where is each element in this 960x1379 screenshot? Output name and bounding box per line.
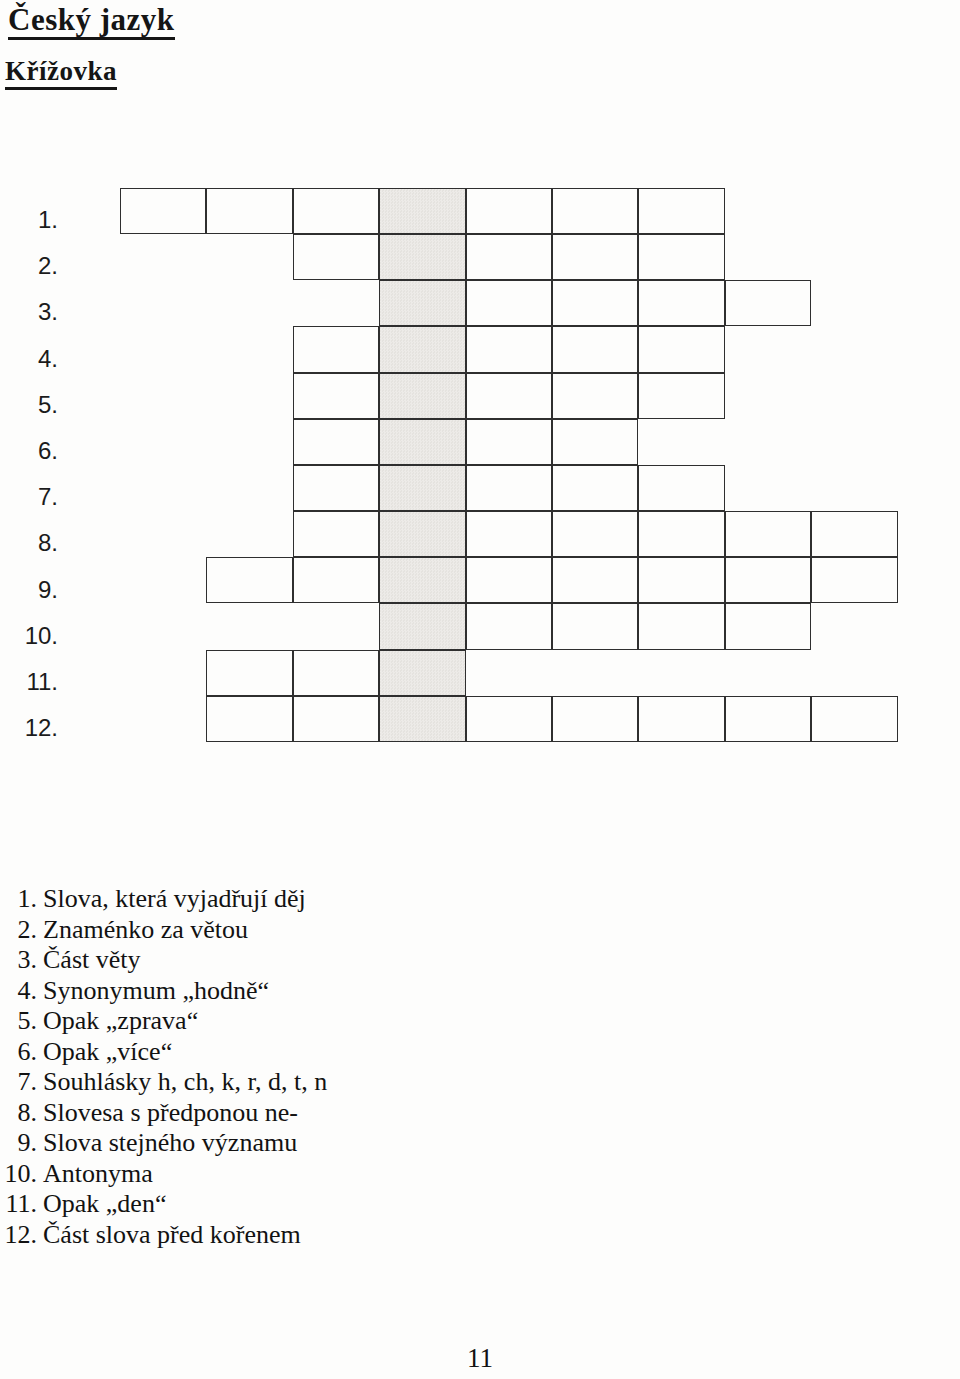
clue-list: 1.Slova, která vyjadřují děj2.Znaménko z… — [0, 884, 600, 1250]
grid-cell[interactable] — [552, 373, 638, 419]
grid-cell[interactable] — [293, 465, 379, 511]
grid-cell-shaded[interactable] — [379, 650, 465, 696]
row-label: 10. — [0, 604, 58, 650]
grid-cell[interactable] — [293, 373, 379, 419]
row-label: 6. — [0, 419, 58, 465]
grid-cell[interactable] — [638, 511, 724, 557]
grid-cell[interactable] — [293, 188, 379, 234]
clue-text: Část věty — [43, 945, 141, 976]
grid-cell[interactable] — [466, 696, 552, 742]
clue-text: Opak „více“ — [43, 1037, 172, 1068]
grid-cell[interactable] — [811, 696, 897, 742]
clue-number: 11. — [0, 1189, 37, 1220]
grid-cell[interactable] — [638, 280, 724, 326]
grid-cell[interactable] — [638, 326, 724, 372]
grid-cell[interactable] — [293, 650, 379, 696]
grid-cell[interactable] — [466, 373, 552, 419]
clue-item: 3.Část věty — [0, 945, 600, 976]
grid-cell-shaded[interactable] — [379, 280, 465, 326]
grid-cell[interactable] — [466, 419, 552, 465]
row-label: 1. — [0, 188, 58, 234]
clue-text: Opak „zprava“ — [43, 1006, 198, 1037]
clue-item: 5.Opak „zprava“ — [0, 1006, 600, 1037]
page-subtitle: Křížovka — [5, 57, 117, 90]
clue-item: 9.Slova stejného významu — [0, 1128, 600, 1159]
row-label: 2. — [0, 234, 58, 280]
grid-cell[interactable] — [552, 188, 638, 234]
grid-cell[interactable] — [206, 188, 292, 234]
clue-number: 1. — [0, 884, 37, 915]
row-label: 3. — [0, 280, 58, 326]
grid-cell[interactable] — [638, 696, 724, 742]
clue-text: Slova, která vyjadřují děj — [43, 884, 306, 915]
grid-cell[interactable] — [725, 603, 811, 649]
clue-number: 3. — [0, 945, 37, 976]
grid-cell-shaded[interactable] — [379, 557, 465, 603]
grid-cell[interactable] — [725, 511, 811, 557]
grid-cell[interactable] — [638, 188, 724, 234]
grid-cell[interactable] — [293, 696, 379, 742]
grid-cell-shaded[interactable] — [379, 234, 465, 280]
clue-number: 9. — [0, 1128, 37, 1159]
grid-cell[interactable] — [206, 696, 292, 742]
grid-cell[interactable] — [293, 557, 379, 603]
worksheet-page: Český jazyk Křížovka 1.2.3.4.5.6.7.8.9.1… — [0, 0, 960, 1379]
clue-item: 6.Opak „více“ — [0, 1037, 600, 1068]
grid-cell[interactable] — [466, 234, 552, 280]
clue-item: 4.Synonymum „hodně“ — [0, 976, 600, 1007]
clue-number: 6. — [0, 1037, 37, 1068]
grid-cell[interactable] — [466, 603, 552, 649]
grid-cell[interactable] — [293, 234, 379, 280]
grid-cell[interactable] — [725, 557, 811, 603]
row-label: 12. — [0, 696, 58, 742]
grid-cell[interactable] — [638, 234, 724, 280]
crossword-grid — [120, 188, 898, 742]
grid-cell[interactable] — [120, 188, 206, 234]
page-number: 11 — [0, 1343, 960, 1374]
grid-cell[interactable] — [466, 326, 552, 372]
clue-number: 4. — [0, 976, 37, 1007]
grid-cell-shaded[interactable] — [379, 373, 465, 419]
grid-cell[interactable] — [552, 326, 638, 372]
clue-text: Slova stejného významu — [43, 1128, 297, 1159]
clue-text: Slovesa s předponou ne- — [43, 1098, 298, 1129]
row-label: 5. — [0, 373, 58, 419]
grid-cell[interactable] — [552, 465, 638, 511]
grid-cell[interactable] — [552, 603, 638, 649]
row-labels: 1.2.3.4.5.6.7.8.9.10.11.12. — [0, 188, 58, 743]
grid-cell[interactable] — [293, 419, 379, 465]
clue-number: 7. — [0, 1067, 37, 1098]
page-title: Český jazyk — [8, 3, 175, 40]
grid-cell-shaded[interactable] — [379, 603, 465, 649]
clue-text: Antonyma — [43, 1159, 153, 1190]
grid-cell[interactable] — [552, 419, 638, 465]
grid-cell[interactable] — [466, 465, 552, 511]
clue-number: 8. — [0, 1098, 37, 1129]
row-label: 4. — [0, 327, 58, 373]
clue-number: 10. — [0, 1159, 37, 1190]
clue-item: 11.Opak „den“ — [0, 1189, 600, 1220]
grid-cell[interactable] — [811, 557, 897, 603]
clue-item: 10.Antonyma — [0, 1159, 600, 1190]
row-label: 8. — [0, 511, 58, 557]
clue-text: Znaménko za větou — [43, 915, 248, 946]
clue-text: Opak „den“ — [43, 1189, 166, 1220]
clue-item: 12.Část slova před kořenem — [0, 1220, 600, 1251]
grid-cell[interactable] — [552, 280, 638, 326]
grid-cell[interactable] — [638, 373, 724, 419]
grid-cell[interactable] — [552, 511, 638, 557]
clue-number: 2. — [0, 915, 37, 946]
grid-cell[interactable] — [466, 280, 552, 326]
grid-cell[interactable] — [638, 603, 724, 649]
clue-text: Souhlásky h, ch, k, r, d, t, n — [43, 1067, 327, 1098]
grid-cell[interactable] — [811, 511, 897, 557]
grid-cell[interactable] — [725, 280, 811, 326]
grid-cell[interactable] — [293, 511, 379, 557]
grid-cell[interactable] — [466, 188, 552, 234]
grid-cell[interactable] — [552, 696, 638, 742]
clue-number: 5. — [0, 1006, 37, 1037]
clue-text: Část slova před kořenem — [43, 1220, 301, 1251]
clue-number: 12. — [0, 1220, 37, 1251]
grid-cell-shaded[interactable] — [379, 465, 465, 511]
grid-cell[interactable] — [552, 234, 638, 280]
grid-cell-shaded[interactable] — [379, 188, 465, 234]
grid-cell[interactable] — [725, 696, 811, 742]
row-label: 9. — [0, 557, 58, 603]
grid-cell[interactable] — [638, 465, 724, 511]
grid-cell[interactable] — [206, 557, 292, 603]
clue-item: 8.Slovesa s předponou ne- — [0, 1098, 600, 1129]
grid-cell-shaded[interactable] — [379, 511, 465, 557]
row-label: 7. — [0, 465, 58, 511]
grid-cell[interactable] — [206, 650, 292, 696]
clue-text: Synonymum „hodně“ — [43, 976, 269, 1007]
row-label: 11. — [0, 650, 58, 696]
grid-cell[interactable] — [466, 511, 552, 557]
grid-cell[interactable] — [466, 557, 552, 603]
grid-cell[interactable] — [293, 326, 379, 372]
clue-item: 2.Znaménko za větou — [0, 915, 600, 946]
grid-cell-shaded[interactable] — [379, 696, 465, 742]
clue-item: 1.Slova, která vyjadřují děj — [0, 884, 600, 915]
clue-item: 7.Souhlásky h, ch, k, r, d, t, n — [0, 1067, 600, 1098]
grid-cell[interactable] — [552, 557, 638, 603]
grid-cell-shaded[interactable] — [379, 419, 465, 465]
grid-cell[interactable] — [638, 557, 724, 603]
grid-cell-shaded[interactable] — [379, 326, 465, 372]
